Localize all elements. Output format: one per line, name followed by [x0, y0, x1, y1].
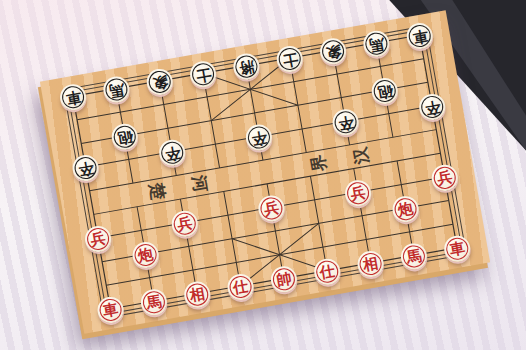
piece-bR-a0[interactable]: 車 — [58, 82, 88, 112]
piece-glyph: 兵 — [436, 169, 453, 186]
piece-glyph: 卒 — [424, 98, 441, 115]
piece-glyph: 馬 — [108, 81, 125, 98]
piece-glyph: 兵 — [349, 184, 366, 201]
piece-glyph: 兵 — [176, 215, 193, 232]
piece-glyph: 士 — [281, 50, 298, 67]
piece-bB-g0[interactable]: 象 — [318, 36, 348, 66]
piece-glyph: 車 — [411, 27, 428, 44]
piece-glyph: 士 — [194, 66, 211, 83]
piece-bC-b2[interactable]: 砲 — [110, 122, 140, 152]
piece-rC-h7[interactable]: 炮 — [391, 194, 421, 224]
piece-glyph: 車 — [102, 301, 119, 318]
piece-bN-h0[interactable]: 馬 — [361, 29, 391, 59]
piece-rP-i6[interactable]: 兵 — [430, 163, 460, 193]
piece-bA-d0[interactable]: 士 — [188, 59, 218, 89]
piece-bB-c0[interactable]: 象 — [145, 67, 175, 97]
piece-bP-e3[interactable]: 卒 — [244, 122, 274, 152]
piece-glyph: 馬 — [145, 294, 162, 311]
piece-rP-c6[interactable]: 兵 — [170, 209, 200, 239]
piece-glyph: 象 — [324, 43, 341, 60]
scene: 楚 河 界 汉 車馬象士將士象馬車砲砲卒卒卒卒卒兵兵兵兵兵炮炮車馬相仕帥仕相馬車 — [0, 0, 526, 350]
piece-glyph: 馬 — [368, 35, 385, 52]
piece-glyph: 卒 — [77, 159, 94, 176]
piece-rP-g6[interactable]: 兵 — [343, 178, 373, 208]
piece-bR-i0[interactable]: 車 — [405, 21, 435, 51]
piece-glyph: 仕 — [319, 263, 336, 280]
piece-rP-e6[interactable]: 兵 — [256, 193, 286, 223]
piece-glyph: 炮 — [397, 200, 414, 217]
piece-glyph: 將 — [238, 58, 255, 75]
piece-glyph: 卒 — [250, 129, 267, 146]
piece-glyph: 兵 — [89, 230, 106, 247]
piece-glyph: 相 — [362, 255, 379, 272]
piece-bP-c3[interactable]: 卒 — [157, 138, 187, 168]
piece-glyph: 兵 — [263, 200, 280, 217]
piece-glyph: 炮 — [137, 246, 154, 263]
piece-glyph: 砲 — [376, 82, 393, 99]
piece-bP-i3[interactable]: 卒 — [417, 92, 447, 122]
piece-glyph: 車 — [449, 240, 466, 257]
piece-bC-h2[interactable]: 砲 — [370, 76, 400, 106]
piece-rP-a6[interactable]: 兵 — [83, 224, 113, 254]
piece-bK-e0[interactable]: 將 — [231, 52, 261, 82]
piece-bA-f0[interactable]: 士 — [275, 44, 305, 74]
piece-glyph: 象 — [151, 73, 168, 90]
piece-glyph: 卒 — [337, 114, 354, 131]
piece-glyph: 仕 — [232, 278, 249, 295]
piece-bP-g3[interactable]: 卒 — [331, 107, 361, 137]
piece-glyph: 相 — [189, 286, 206, 303]
piece-bN-b0[interactable]: 馬 — [101, 74, 131, 104]
piece-bP-a3[interactable]: 卒 — [71, 153, 101, 183]
piece-glyph: 砲 — [116, 128, 133, 145]
piece-glyph: 車 — [64, 88, 81, 105]
piece-glyph: 帥 — [275, 271, 292, 288]
piece-glyph: 馬 — [405, 248, 422, 265]
piece-rC-b7[interactable]: 炮 — [131, 240, 161, 270]
piece-glyph: 卒 — [164, 144, 181, 161]
